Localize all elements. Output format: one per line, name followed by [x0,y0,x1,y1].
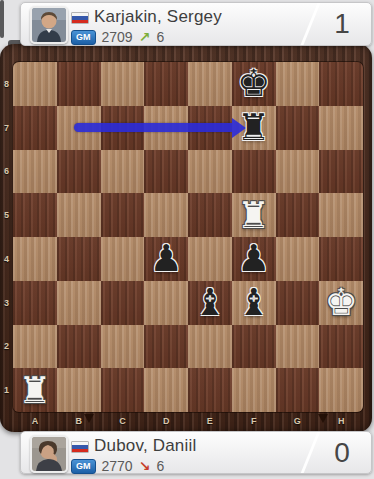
square-h1[interactable] [319,368,363,412]
square-d4[interactable]: ♟ [144,237,188,281]
square-d6[interactable] [144,150,188,194]
player-rating: 2770 [102,458,133,474]
square-a7[interactable] [13,106,57,150]
chess-board[interactable]: ♚♜♜♟♟♝♝♚♜ [13,62,363,412]
square-g5[interactable] [276,193,320,237]
square-b8[interactable] [57,62,101,106]
square-c7[interactable] [101,106,145,150]
square-d8[interactable] [144,62,188,106]
file-label-d: D [144,414,188,428]
rank-label-7: 7 [0,106,13,150]
square-f1[interactable] [232,368,276,412]
file-label-a: A [13,414,57,428]
square-b5[interactable] [57,193,101,237]
rank-label-8: 8 [0,62,13,106]
rating-trend-value: 6 [156,458,164,474]
rating-row: GM 2709 ↗ 6 [71,29,164,45]
square-c2[interactable] [101,325,145,369]
square-b7[interactable] [57,106,101,150]
square-a8[interactable] [13,62,57,106]
player-card-bottom: Dubov, Daniil GM 2770 ↘ 6 0 [20,431,372,474]
player-name: Dubov, Daniil [94,436,196,456]
file-label-f: F [232,414,276,428]
title-badge: GM [71,30,96,45]
square-g7[interactable] [276,106,320,150]
score-zone: 0 [313,432,371,473]
square-g6[interactable] [276,150,320,194]
rank-label-3: 3 [0,281,13,325]
square-g2[interactable] [276,325,320,369]
square-h4[interactable] [319,237,363,281]
square-a2[interactable] [13,325,57,369]
square-e1[interactable] [188,368,232,412]
square-c8[interactable] [101,62,145,106]
square-d3[interactable] [144,281,188,325]
player-name: Karjakin, Sergey [94,7,222,27]
black-king[interactable]: ♚ [232,62,276,106]
wood-grain-mark [84,414,94,423]
square-f3[interactable]: ♝ [232,281,276,325]
file-label-g: G [276,414,320,428]
russia-flag [71,12,89,24]
square-d1[interactable] [144,368,188,412]
match-score: 0 [334,437,350,469]
rank-labels: 87654321 [0,62,13,412]
file-label-e: E [188,414,232,428]
square-d5[interactable] [144,193,188,237]
black-pawn[interactable]: ♟ [232,237,276,281]
square-f7[interactable]: ♜ [232,106,276,150]
square-e8[interactable] [188,62,232,106]
square-h2[interactable] [319,325,363,369]
white-rook[interactable]: ♜ [232,193,276,237]
rank-label-4: 4 [0,237,13,281]
square-h8[interactable] [319,62,363,106]
square-a3[interactable] [13,281,57,325]
square-e3[interactable]: ♝ [188,281,232,325]
square-b6[interactable] [57,150,101,194]
chess-board-frame: 87654321 ♚♜♜♟♟♝♝♚♜ ABCDEFGH [0,44,372,432]
board-squares: ♚♜♜♟♟♝♝♚♜ [13,62,363,412]
rank-label-5: 5 [0,193,13,237]
square-a6[interactable] [13,150,57,194]
square-e2[interactable] [188,325,232,369]
black-bishop[interactable]: ♝ [232,281,276,325]
square-b2[interactable] [57,325,101,369]
square-b1[interactable] [57,368,101,412]
background-panel-edge [0,0,4,38]
rank-label-2: 2 [0,325,13,369]
square-e6[interactable] [188,150,232,194]
square-a5[interactable] [13,193,57,237]
square-d7[interactable] [144,106,188,150]
square-d2[interactable] [144,325,188,369]
square-e7[interactable] [188,106,232,150]
score-zone: 1 [313,3,371,45]
square-c3[interactable] [101,281,145,325]
square-a1[interactable]: ♜ [13,368,57,412]
square-f5[interactable]: ♜ [232,193,276,237]
square-c5[interactable] [101,193,145,237]
title-badge: GM [71,459,96,474]
rating-row: GM 2770 ↘ 6 [71,458,164,474]
square-h7[interactable] [319,106,363,150]
square-h5[interactable] [319,193,363,237]
player-photo-bottom [30,435,68,473]
file-labels: ABCDEFGH [13,414,363,428]
square-c1[interactable] [101,368,145,412]
square-f2[interactable] [232,325,276,369]
white-rook[interactable]: ♜ [13,368,57,412]
match-score: 1 [334,8,350,40]
player-photo-top [30,6,68,44]
square-g4[interactable] [276,237,320,281]
game-view: 87654321 ♚♜♜♟♟♝♝♚♜ ABCDEFGH Karjakin, Se… [0,0,374,479]
player-rating: 2709 [102,29,133,45]
rating-trend-down-icon: ↘ [139,458,151,474]
black-rook[interactable]: ♜ [232,106,276,150]
square-g1[interactable] [276,368,320,412]
rating-trend-up-icon: ↗ [139,29,151,45]
square-f6[interactable] [232,150,276,194]
rank-label-1: 1 [0,368,13,412]
square-e5[interactable] [188,193,232,237]
rating-trend-value: 6 [156,29,164,45]
square-a4[interactable] [13,237,57,281]
square-g8[interactable] [276,62,320,106]
square-f4[interactable]: ♟ [232,237,276,281]
black-pawn[interactable]: ♟ [144,237,188,281]
square-c6[interactable] [101,150,145,194]
square-h6[interactable] [319,150,363,194]
square-b3[interactable] [57,281,101,325]
rank-label-6: 6 [0,150,13,194]
wood-grain-mark [318,414,328,423]
white-king[interactable]: ♚ [319,281,363,325]
square-g3[interactable] [276,281,320,325]
player-card-top: Karjakin, Sergey GM 2709 ↗ 6 1 [20,2,372,46]
square-c4[interactable] [101,237,145,281]
square-b4[interactable] [57,237,101,281]
square-h3[interactable]: ♚ [319,281,363,325]
russia-flag [71,441,89,453]
square-e4[interactable] [188,237,232,281]
file-label-c: C [101,414,145,428]
square-f8[interactable]: ♚ [232,62,276,106]
black-bishop[interactable]: ♝ [188,281,232,325]
